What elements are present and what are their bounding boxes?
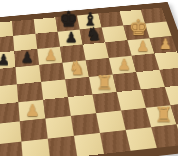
square-c5[interactable] <box>39 63 65 82</box>
square-b1[interactable] <box>21 139 50 156</box>
black-king: ♚ <box>58 9 80 30</box>
square-e1[interactable] <box>100 130 131 154</box>
square-b4[interactable] <box>17 82 43 102</box>
black-pawn: ♟ <box>60 31 83 45</box>
square-c8[interactable] <box>34 17 58 33</box>
square-d1[interactable] <box>74 133 104 156</box>
square-e5[interactable] <box>86 58 113 77</box>
board-frame: ♚♝♟♞♚♟♟♟♟♟♞♟♜♟♜♛ <box>0 2 178 156</box>
square-h5[interactable] <box>154 51 178 69</box>
square-b5[interactable] <box>16 65 42 84</box>
square-d7[interactable]: ♟ <box>58 30 83 47</box>
square-d4[interactable] <box>65 77 92 97</box>
white-pawn: ♟ <box>154 37 177 51</box>
square-a7[interactable] <box>0 36 14 54</box>
square-b2[interactable] <box>20 119 48 142</box>
square-g3[interactable] <box>141 87 171 108</box>
white-pawn: ♟ <box>20 103 46 119</box>
square-a1[interactable] <box>0 142 23 156</box>
chess-set-photo: ♚♝♟♞♚♟♟♟♟♟♞♟♜♟♜♛ <box>0 0 178 156</box>
white-rook: ♜ <box>151 105 177 125</box>
square-b7[interactable] <box>13 34 37 51</box>
square-g1[interactable] <box>151 124 178 147</box>
black-pawn: ♟ <box>16 51 40 66</box>
square-d5[interactable]: ♞ <box>63 60 89 79</box>
square-c6[interactable]: ♟ <box>37 47 62 65</box>
black-pawn: ♟ <box>0 53 15 68</box>
square-c1[interactable] <box>48 136 77 156</box>
board-perspective-wrapper: ♚♝♟♞♚♟♟♟♟♟♞♟♜♟♜♛ <box>0 2 178 156</box>
chess-board: ♚♝♟♞♚♟♟♟♟♟♞♟♜♟♜♛ <box>0 8 178 156</box>
white-knight: ♞ <box>65 58 89 77</box>
square-h2[interactable]: ♛ <box>171 103 178 125</box>
white-pawn: ♟ <box>39 48 62 63</box>
